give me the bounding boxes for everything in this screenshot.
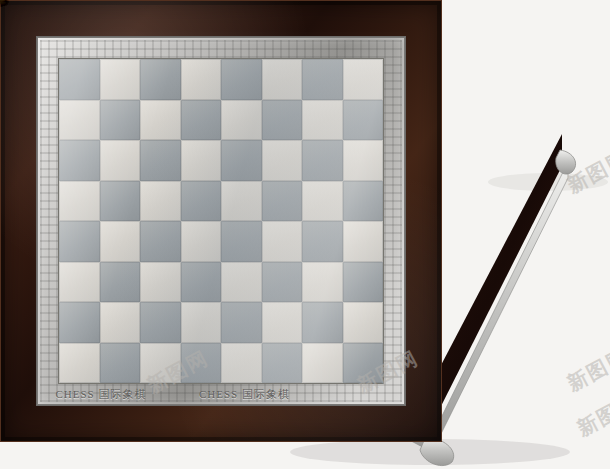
square-e4 [221, 221, 262, 262]
square-f6 [262, 140, 303, 181]
square-h2 [343, 302, 384, 343]
base-trim-right [432, 162, 568, 452]
square-d3 [181, 262, 222, 303]
square-f4 [262, 221, 303, 262]
square-c6 [140, 140, 181, 181]
square-a3 [59, 262, 100, 303]
square-b7 [100, 100, 141, 141]
square-h3 [343, 262, 384, 303]
square-h6 [343, 140, 384, 181]
square-g7 [302, 100, 343, 141]
square-d2 [181, 302, 222, 343]
square-g3 [302, 262, 343, 303]
square-b2 [100, 302, 141, 343]
square-e8 [221, 59, 262, 100]
square-h1 [343, 343, 384, 384]
square-c2 [140, 302, 181, 343]
frame-engraving-text: CHESS 国际象棋 [55, 386, 146, 402]
square-c1 [140, 343, 181, 384]
square-g5 [302, 181, 343, 222]
square-e5 [221, 181, 262, 222]
square-d7 [181, 100, 222, 141]
product-photo-scene: CHESS 国际象棋 CHESS 国际象棋 ♜♞♝♛♚♝♞♜♟♟♟♟♟♟♟♟♟♟… [0, 0, 610, 469]
square-g4 [302, 221, 343, 262]
square-a1 [59, 343, 100, 384]
square-f1 [262, 343, 303, 384]
square-f2 [262, 302, 303, 343]
square-b1 [100, 343, 141, 384]
square-h4 [343, 221, 384, 262]
square-c7 [140, 100, 181, 141]
square-c3 [140, 262, 181, 303]
square-b3 [100, 262, 141, 303]
square-d1 [181, 343, 222, 384]
square-e3 [221, 262, 262, 303]
square-f7 [262, 100, 303, 141]
square-e2 [221, 302, 262, 343]
square-b5 [100, 181, 141, 222]
square-f3 [262, 262, 303, 303]
square-d4 [181, 221, 222, 262]
square-g2 [302, 302, 343, 343]
board-grid [59, 59, 383, 383]
square-b6 [100, 140, 141, 181]
square-b8 [100, 59, 141, 100]
square-c5 [140, 181, 181, 222]
square-e1 [221, 343, 262, 384]
square-a8 [59, 59, 100, 100]
square-h5 [343, 181, 384, 222]
square-h8 [343, 59, 384, 100]
square-d8 [181, 59, 222, 100]
square-c4 [140, 221, 181, 262]
frame-engraving-text: CHESS 国际象棋 [199, 386, 290, 402]
square-f8 [262, 59, 303, 100]
square-a6 [59, 140, 100, 181]
square-a7 [59, 100, 100, 141]
chess-box-top: CHESS 国际象棋 CHESS 国际象棋 [0, 0, 442, 442]
square-b4 [100, 221, 141, 262]
square-h7 [343, 100, 384, 141]
square-a5 [59, 181, 100, 222]
square-d5 [181, 181, 222, 222]
square-f5 [262, 181, 303, 222]
ornate-foot-right-icon [556, 150, 576, 174]
square-d6 [181, 140, 222, 181]
square-g8 [302, 59, 343, 100]
square-g6 [302, 140, 343, 181]
square-c8 [140, 59, 181, 100]
square-e7 [221, 100, 262, 141]
square-g1 [302, 343, 343, 384]
square-a4 [59, 221, 100, 262]
square-a2 [59, 302, 100, 343]
square-e6 [221, 140, 262, 181]
